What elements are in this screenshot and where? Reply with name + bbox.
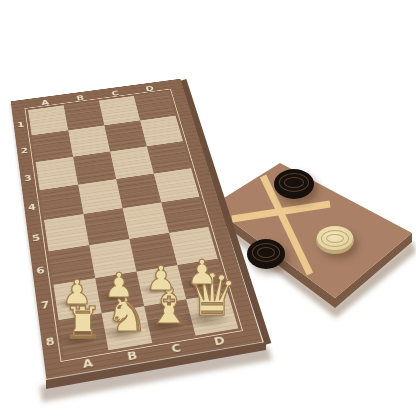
file-label-bottom-b: B <box>126 349 138 362</box>
white-wood-pawn-a7[interactable]: ♟ <box>62 275 92 309</box>
dark-checker-upper[interactable] <box>274 169 314 199</box>
rank-label-2: 2 <box>20 145 29 154</box>
dark-checker-upper-ring-2 <box>284 177 304 188</box>
rank-label-3: 3 <box>23 173 32 182</box>
file-label-top-c: C <box>111 89 120 97</box>
file-label-bottom-a: A <box>82 357 94 370</box>
file-label-top-a: A <box>41 98 50 106</box>
rank-label-8: 8 <box>45 334 55 346</box>
rank-label-7: 7 <box>40 298 50 310</box>
file-label-top-b: B <box>76 94 85 102</box>
white-wood-pawn-d7[interactable]: ♟ <box>187 255 217 289</box>
cream-checker-right[interactable] <box>316 226 354 254</box>
rank-label-5: 5 <box>31 232 40 242</box>
rank-label-6: 6 <box>36 264 46 275</box>
file-label-bottom-c: C <box>170 342 182 355</box>
cream-checker-right-ring-2 <box>326 234 344 243</box>
product-photo-stage: AABBCCDD12345678 ♜♞♝♛♟♟♟♟ <box>0 0 416 416</box>
white-wood-pawn-b7[interactable]: ♟ <box>104 268 134 302</box>
file-label-bottom-d: D <box>213 334 226 347</box>
file-label-top-d: D <box>145 85 155 93</box>
white-wood-pawn-c7[interactable]: ♟ <box>146 261 176 295</box>
dark-checker-lower-left[interactable] <box>247 239 285 269</box>
dark-checker-lower-left-ring-2 <box>257 247 275 258</box>
rank-label-4: 4 <box>27 201 36 211</box>
rank-label-1: 1 <box>16 120 24 128</box>
